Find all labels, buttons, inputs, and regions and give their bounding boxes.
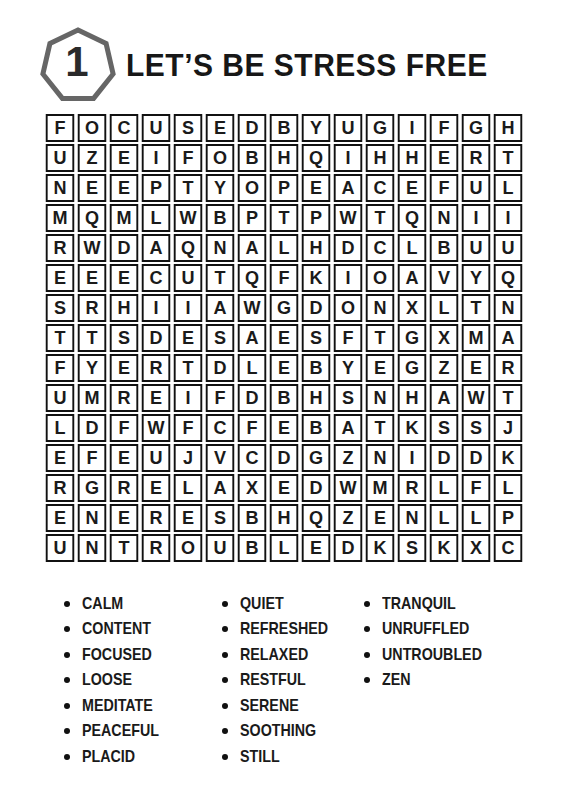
word-label: TRANQUIL: [382, 594, 456, 614]
word-list-item: FOCUSED: [64, 642, 222, 668]
grid-cell[interactable]: Q: [174, 234, 203, 262]
grid-cell[interactable]: E: [430, 144, 459, 172]
grid-cell[interactable]: R: [142, 534, 171, 562]
grid-cell[interactable]: D: [238, 114, 267, 142]
grid-cell[interactable]: E: [270, 474, 299, 502]
word-label: MEDITATE: [82, 696, 153, 716]
grid-cell[interactable]: P: [494, 504, 523, 532]
word-list-item: CONTENT: [64, 617, 222, 643]
grid-cell[interactable]: S: [206, 324, 235, 352]
grid-cell[interactable]: R: [142, 504, 171, 532]
grid-cell[interactable]: Q: [238, 264, 267, 292]
grid-cell[interactable]: W: [78, 234, 107, 262]
grid-cell[interactable]: I: [398, 114, 427, 142]
grid-cell[interactable]: H: [398, 384, 427, 412]
grid-cell[interactable]: F: [462, 474, 491, 502]
grid-cell[interactable]: R: [398, 474, 427, 502]
word-label: FOCUSED: [82, 645, 152, 665]
word-list-item: QUIET: [222, 591, 364, 617]
grid-cell[interactable]: U: [494, 234, 523, 262]
grid-cell[interactable]: Q: [78, 204, 107, 232]
grid-cell[interactable]: C: [238, 444, 267, 472]
word-label: SERENE: [240, 696, 299, 716]
word-list-item: MEDITATE: [64, 693, 222, 719]
word-label: SOOTHING: [240, 721, 316, 741]
grid-cell[interactable]: O: [206, 144, 235, 172]
grid-cell[interactable]: U: [206, 534, 235, 562]
word-list-item: UNRUFFLED: [364, 617, 501, 643]
grid-cell[interactable]: S: [302, 324, 331, 352]
grid-cell[interactable]: W: [334, 474, 363, 502]
word-list: CALMCONTENTFOCUSEDLOOSEMEDITATEPEACEFULP…: [64, 591, 501, 770]
grid-cell[interactable]: G: [78, 474, 107, 502]
word-label: UNTROUBLED: [382, 645, 482, 665]
word-list-column: TRANQUILUNRUFFLEDUNTROUBLEDZEN: [364, 591, 501, 770]
page-title: LET’S BE STRESS FREE: [126, 47, 488, 83]
grid-cell[interactable]: M: [462, 324, 491, 352]
grid-cell[interactable]: N: [206, 234, 235, 262]
grid-cell[interactable]: T: [46, 324, 75, 352]
grid-cell[interactable]: E: [46, 504, 75, 532]
word-label: PLACID: [82, 747, 135, 767]
word-label: STILL: [240, 747, 280, 767]
grid-cell[interactable]: Q: [302, 504, 331, 532]
word-label: LOOSE: [82, 670, 132, 690]
grid-cell[interactable]: U: [142, 114, 171, 142]
grid-cell[interactable]: R: [110, 474, 139, 502]
bullet-icon: [64, 728, 70, 734]
grid-cell[interactable]: H: [110, 294, 139, 322]
grid-cell[interactable]: H: [302, 384, 331, 412]
grid-cell[interactable]: D: [302, 474, 331, 502]
grid-cell[interactable]: F: [46, 114, 75, 142]
word-label: CALM: [82, 594, 123, 614]
grid-cell[interactable]: D: [430, 444, 459, 472]
grid-cell[interactable]: P: [270, 174, 299, 202]
bullet-icon: [64, 626, 70, 632]
grid-cell[interactable]: T: [174, 174, 203, 202]
grid-cell[interactable]: M: [78, 384, 107, 412]
grid-cell[interactable]: Q: [302, 144, 331, 172]
grid-cell[interactable]: U: [462, 234, 491, 262]
grid-cell[interactable]: T: [494, 384, 523, 412]
grid-cell[interactable]: L: [430, 504, 459, 532]
word-label: RELAXED: [240, 645, 308, 665]
grid-cell[interactable]: L: [270, 534, 299, 562]
grid-cell[interactable]: B: [238, 144, 267, 172]
grid-cell[interactable]: L: [462, 504, 491, 532]
word-search-grid: FOCUSEDBYUGIFGHUZEIFOBHQIHHERTNEEPTYOPEA…: [45, 114, 523, 562]
grid-cell[interactable]: M: [46, 204, 75, 232]
grid-cell[interactable]: A: [494, 324, 523, 352]
grid-cell[interactable]: L: [398, 234, 427, 262]
word-label: RESTFUL: [240, 670, 306, 690]
worksheet-page: 1 LET’S BE STRESS FREE FOCUSEDBYUGIFGHUZ…: [0, 0, 565, 800]
grid-cell[interactable]: E: [270, 354, 299, 382]
grid-cell[interactable]: R: [46, 474, 75, 502]
grid-cell[interactable]: I: [462, 204, 491, 232]
grid-cell[interactable]: K: [366, 534, 395, 562]
grid-cell[interactable]: M: [110, 204, 139, 232]
grid-cell[interactable]: L: [430, 294, 459, 322]
grid-cell[interactable]: F: [78, 444, 107, 472]
grid-cell[interactable]: G: [302, 444, 331, 472]
grid-cell[interactable]: H: [270, 504, 299, 532]
grid-cell[interactable]: O: [238, 174, 267, 202]
bullet-icon: [222, 754, 228, 760]
grid-cell[interactable]: O: [174, 534, 203, 562]
bullet-icon: [64, 677, 70, 683]
grid-cell[interactable]: Y: [334, 354, 363, 382]
grid-cell[interactable]: B: [270, 114, 299, 142]
grid-cell[interactable]: O: [366, 264, 395, 292]
grid-cell[interactable]: A: [334, 174, 363, 202]
grid-cell[interactable]: U: [46, 534, 75, 562]
grid-cell[interactable]: D: [238, 384, 267, 412]
grid-cell[interactable]: K: [398, 414, 427, 442]
grid-cell[interactable]: T: [78, 324, 107, 352]
grid-cell[interactable]: T: [270, 204, 299, 232]
grid-cell[interactable]: E: [46, 444, 75, 472]
grid-cell[interactable]: L: [494, 174, 523, 202]
grid-cell[interactable]: U: [462, 174, 491, 202]
grid-cell[interactable]: E: [110, 144, 139, 172]
word-label: ZEN: [382, 670, 411, 690]
grid-cell[interactable]: I: [174, 384, 203, 412]
grid-cell[interactable]: E: [142, 384, 171, 412]
grid-cell[interactable]: E: [110, 264, 139, 292]
grid-cell[interactable]: X: [238, 474, 267, 502]
word-list-column: QUIETREFRESHEDRELAXEDRESTFULSERENESOOTHI…: [222, 591, 364, 770]
grid-cell[interactable]: A: [398, 264, 427, 292]
grid-cell[interactable]: H: [366, 144, 395, 172]
grid-cell[interactable]: I: [174, 294, 203, 322]
grid-cell[interactable]: U: [46, 144, 75, 172]
grid-cell[interactable]: E: [302, 534, 331, 562]
grid-cell[interactable]: E: [366, 354, 395, 382]
grid-cell[interactable]: E: [110, 354, 139, 382]
grid-cell[interactable]: Q: [398, 204, 427, 232]
word-list-item: ZEN: [364, 668, 501, 694]
grid-cell[interactable]: S: [334, 384, 363, 412]
grid-cell[interactable]: L: [174, 474, 203, 502]
grid-cell[interactable]: E: [174, 504, 203, 532]
grid-cell[interactable]: S: [46, 294, 75, 322]
grid-cell[interactable]: E: [110, 174, 139, 202]
grid-cell[interactable]: B: [270, 384, 299, 412]
grid-cell[interactable]: S: [430, 414, 459, 442]
grid-cell[interactable]: N: [78, 534, 107, 562]
bullet-icon: [222, 626, 228, 632]
grid-cell[interactable]: T: [206, 264, 235, 292]
grid-cell[interactable]: C: [494, 534, 523, 562]
grid-cell[interactable]: S: [462, 414, 491, 442]
puzzle-number-badge: 1: [38, 24, 118, 106]
grid-cell[interactable]: I: [142, 144, 171, 172]
grid-cell[interactable]: N: [398, 504, 427, 532]
grid-cell[interactable]: B: [430, 234, 459, 262]
grid-cell[interactable]: L: [46, 414, 75, 442]
word-list-item: PLACID: [64, 744, 222, 770]
grid-cell[interactable]: A: [238, 324, 267, 352]
word-list-item: TRANQUIL: [364, 591, 501, 617]
grid-cell[interactable]: H: [302, 234, 331, 262]
word-label: PEACEFUL: [82, 721, 159, 741]
grid-cell[interactable]: M: [366, 474, 395, 502]
grid-cell[interactable]: E: [302, 174, 331, 202]
grid-cell[interactable]: K: [494, 444, 523, 472]
grid-cell[interactable]: X: [430, 324, 459, 352]
grid-cell[interactable]: F: [46, 354, 75, 382]
grid-cell[interactable]: G: [398, 324, 427, 352]
grid-cell[interactable]: F: [110, 414, 139, 442]
grid-cell[interactable]: U: [334, 114, 363, 142]
grid-cell[interactable]: L: [494, 474, 523, 502]
grid-cell[interactable]: T: [110, 534, 139, 562]
grid-cell[interactable]: F: [430, 114, 459, 142]
grid-cell[interactable]: J: [174, 444, 203, 472]
grid-cell[interactable]: T: [174, 354, 203, 382]
grid-cell[interactable]: P: [142, 174, 171, 202]
grid-cell[interactable]: X: [398, 294, 427, 322]
grid-cell[interactable]: I: [142, 294, 171, 322]
word-list-item: RESTFUL: [222, 668, 364, 694]
grid-cell[interactable]: F: [238, 414, 267, 442]
grid-cell[interactable]: E: [110, 504, 139, 532]
bullet-icon: [64, 754, 70, 760]
bullet-icon: [222, 703, 228, 709]
grid-cell[interactable]: T: [366, 324, 395, 352]
grid-cell[interactable]: N: [366, 384, 395, 412]
word-list-item: UNTROUBLED: [364, 642, 501, 668]
grid-cell[interactable]: Z: [430, 354, 459, 382]
grid-cell[interactable]: E: [462, 354, 491, 382]
grid-cell[interactable]: I: [398, 444, 427, 472]
bullet-icon: [222, 677, 228, 683]
grid-cell[interactable]: B: [302, 414, 331, 442]
bullet-icon: [364, 626, 370, 632]
grid-cell[interactable]: N: [366, 294, 395, 322]
word-list-item: STILL: [222, 744, 364, 770]
grid-cell[interactable]: U: [46, 384, 75, 412]
grid-cell[interactable]: E: [206, 114, 235, 142]
bullet-icon: [364, 601, 370, 607]
grid-cell[interactable]: N: [46, 174, 75, 202]
grid-cell[interactable]: L: [270, 234, 299, 262]
grid-cell[interactable]: T: [366, 204, 395, 232]
grid-cell[interactable]: D: [302, 294, 331, 322]
grid-cell[interactable]: D: [110, 234, 139, 262]
bullet-icon: [222, 601, 228, 607]
grid-cell[interactable]: B: [238, 534, 267, 562]
grid-cell[interactable]: F: [174, 414, 203, 442]
bullet-icon: [222, 728, 228, 734]
grid-cell[interactable]: G: [398, 354, 427, 382]
grid-cell[interactable]: P: [238, 204, 267, 232]
grid-cell[interactable]: D: [206, 354, 235, 382]
grid-cell[interactable]: U: [174, 264, 203, 292]
grid-cell[interactable]: D: [334, 234, 363, 262]
grid-cell[interactable]: A: [430, 384, 459, 412]
puzzle-number: 1: [65, 41, 88, 83]
grid-cell[interactable]: L: [238, 354, 267, 382]
word-list-item: SERENE: [222, 693, 364, 719]
grid-cell[interactable]: W: [334, 204, 363, 232]
bullet-icon: [64, 601, 70, 607]
grid-cell[interactable]: E: [398, 174, 427, 202]
word-label: QUIET: [240, 594, 284, 614]
grid-cell[interactable]: E: [46, 264, 75, 292]
grid-cell[interactable]: F: [334, 324, 363, 352]
bullet-icon: [222, 652, 228, 658]
bullet-icon: [64, 703, 70, 709]
grid-cell[interactable]: S: [398, 534, 427, 562]
grid-cell[interactable]: E: [174, 324, 203, 352]
grid-cell[interactable]: Z: [334, 504, 363, 532]
grid-cell[interactable]: I: [334, 264, 363, 292]
word-label: UNRUFFLED: [382, 619, 469, 639]
grid-cell[interactable]: H: [494, 114, 523, 142]
grid-cell[interactable]: R: [462, 144, 491, 172]
word-list-item: PEACEFUL: [64, 719, 222, 745]
grid-cell[interactable]: E: [78, 174, 107, 202]
grid-cell[interactable]: A: [142, 234, 171, 262]
grid-cell[interactable]: A: [238, 234, 267, 262]
grid-cell[interactable]: Y: [78, 354, 107, 382]
grid-cell[interactable]: J: [494, 414, 523, 442]
grid-cell[interactable]: B: [302, 354, 331, 382]
grid-cell[interactable]: N: [78, 504, 107, 532]
grid-cell[interactable]: C: [142, 264, 171, 292]
grid-cell[interactable]: V: [430, 264, 459, 292]
grid-cell[interactable]: R: [142, 354, 171, 382]
grid-cell[interactable]: E: [110, 444, 139, 472]
grid-cell[interactable]: T: [494, 144, 523, 172]
grid-cell[interactable]: I: [334, 144, 363, 172]
grid-cell[interactable]: V: [206, 444, 235, 472]
bullet-icon: [364, 677, 370, 683]
grid-cell[interactable]: L: [142, 204, 171, 232]
grid-cell[interactable]: O: [334, 294, 363, 322]
grid-cell[interactable]: C: [206, 414, 235, 442]
word-list-item: LOOSE: [64, 668, 222, 694]
grid-cell[interactable]: F: [430, 174, 459, 202]
grid-cell[interactable]: H: [270, 144, 299, 172]
header: 1 LET’S BE STRESS FREE: [38, 24, 488, 106]
grid-cell[interactable]: E: [78, 264, 107, 292]
grid-cell[interactable]: Z: [334, 444, 363, 472]
grid-cell[interactable]: R: [46, 234, 75, 262]
grid-cell[interactable]: H: [398, 144, 427, 172]
grid-cell[interactable]: W: [174, 204, 203, 232]
grid-cell[interactable]: X: [462, 534, 491, 562]
word-list-item: REFRESHED: [222, 617, 364, 643]
grid-cell[interactable]: N: [430, 204, 459, 232]
grid-cell[interactable]: F: [174, 144, 203, 172]
word-list-item: CALM: [64, 591, 222, 617]
grid-cell[interactable]: K: [430, 534, 459, 562]
grid-cell[interactable]: G: [462, 114, 491, 142]
grid-cell[interactable]: T: [462, 294, 491, 322]
grid-cell[interactable]: U: [142, 444, 171, 472]
word-list-item: RELAXED: [222, 642, 364, 668]
grid-cell[interactable]: B: [238, 504, 267, 532]
grid-cell[interactable]: D: [142, 324, 171, 352]
grid-cell[interactable]: D: [462, 444, 491, 472]
grid-cell[interactable]: R: [110, 384, 139, 412]
grid-cell[interactable]: F: [206, 384, 235, 412]
grid-cell[interactable]: D: [78, 414, 107, 442]
grid-cell[interactable]: W: [238, 294, 267, 322]
word-list-column: CALMCONTENTFOCUSEDLOOSEMEDITATEPEACEFULP…: [64, 591, 222, 770]
grid-cell[interactable]: D: [270, 444, 299, 472]
grid-cell[interactable]: R: [494, 354, 523, 382]
grid-cell[interactable]: E: [270, 414, 299, 442]
grid-cell[interactable]: P: [302, 204, 331, 232]
grid-cell[interactable]: N: [366, 444, 395, 472]
grid-cell[interactable]: S: [110, 324, 139, 352]
grid-cell[interactable]: C: [110, 114, 139, 142]
grid-cell[interactable]: K: [302, 264, 331, 292]
grid-cell[interactable]: E: [366, 504, 395, 532]
grid-cell[interactable]: C: [366, 174, 395, 202]
grid-cell[interactable]: A: [206, 294, 235, 322]
bullet-icon: [364, 652, 370, 658]
word-label: CONTENT: [82, 619, 151, 639]
grid-cell[interactable]: L: [430, 474, 459, 502]
grid-cell[interactable]: C: [366, 234, 395, 262]
grid-cell[interactable]: A: [334, 414, 363, 442]
grid-cell[interactable]: R: [78, 294, 107, 322]
grid-cell[interactable]: A: [206, 474, 235, 502]
grid-cell[interactable]: S: [206, 504, 235, 532]
grid-cell[interactable]: F: [270, 264, 299, 292]
grid-cell[interactable]: Q: [494, 264, 523, 292]
grid-cell[interactable]: E: [142, 474, 171, 502]
grid-cell[interactable]: Y: [462, 264, 491, 292]
grid-cell[interactable]: W: [462, 384, 491, 412]
grid-cell[interactable]: B: [206, 204, 235, 232]
grid-cell[interactable]: N: [494, 294, 523, 322]
grid-cell[interactable]: S: [174, 114, 203, 142]
grid-cell[interactable]: W: [142, 414, 171, 442]
grid-cell[interactable]: T: [366, 414, 395, 442]
word-list-item: SOOTHING: [222, 719, 364, 745]
grid-cell[interactable]: O: [78, 114, 107, 142]
grid-cell[interactable]: G: [270, 294, 299, 322]
bullet-icon: [64, 652, 70, 658]
grid-cell[interactable]: Y: [206, 174, 235, 202]
grid-cell[interactable]: G: [366, 114, 395, 142]
grid-cell[interactable]: Y: [302, 114, 331, 142]
grid-cell[interactable]: E: [270, 324, 299, 352]
word-label: REFRESHED: [240, 619, 328, 639]
grid-cell[interactable]: Z: [78, 144, 107, 172]
grid-cell[interactable]: D: [334, 534, 363, 562]
grid-cell[interactable]: I: [494, 204, 523, 232]
